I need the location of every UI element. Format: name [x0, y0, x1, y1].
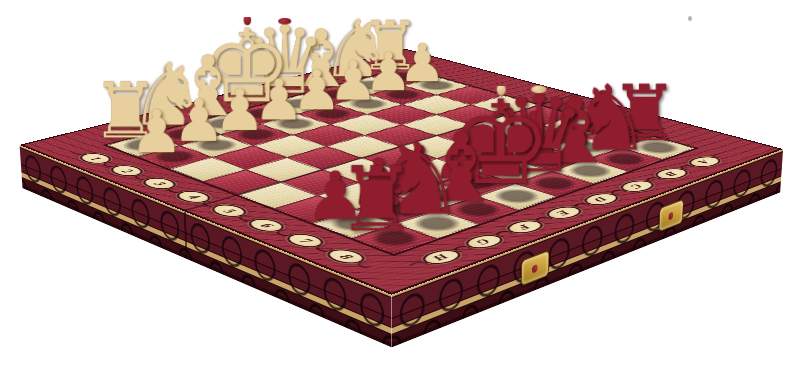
latch-jewel — [669, 211, 674, 220]
file-label-h: H — [416, 248, 468, 267]
latch-jewel — [532, 263, 538, 273]
crown-finial — [243, 15, 251, 25]
perspective-space: 12345678ABCDEFGH♜♞♝♛♚♝♞♜♟♟♟♟♟♟♟♟♟♟♟♟♟♟♟♟… — [0, 0, 800, 377]
brass-latch-2 — [521, 250, 549, 287]
product-photo-scene: 12345678ABCDEFGH♜♞♝♛♚♝♞♜♟♟♟♟♟♟♟♟♟♟♟♟♟♟♟♟… — [0, 0, 800, 377]
brass-latch-1 — [659, 199, 684, 232]
red-rook-icon: ♜ — [336, 156, 416, 245]
rank-label-8: 8 — [320, 247, 372, 266]
side-panel-fold-seam — [184, 211, 188, 259]
white-pawn-icon: ♟ — [130, 102, 183, 162]
crown-finial — [496, 83, 505, 95]
chess-board: 12345678ABCDEFGH♜♞♝♛♚♝♞♜♟♟♟♟♟♟♟♟♟♟♟♟♟♟♟♟… — [20, 49, 784, 295]
